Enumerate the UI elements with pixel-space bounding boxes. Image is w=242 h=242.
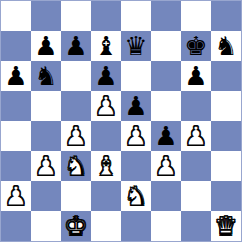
square-f3[interactable]: ♟ [151, 151, 181, 181]
black-king[interactable]: ♚ [184, 31, 207, 61]
square-d1[interactable] [91, 211, 121, 241]
square-h6[interactable] [211, 61, 241, 91]
square-c8[interactable] [61, 1, 91, 31]
white-knight[interactable]: ♞ [64, 151, 87, 181]
square-g2[interactable] [181, 181, 211, 211]
square-h3[interactable] [211, 151, 241, 181]
square-e5[interactable]: ♟ [121, 91, 151, 121]
square-c1[interactable]: ♚ [61, 211, 91, 241]
square-g7[interactable]: ♚ [181, 31, 211, 61]
square-e1[interactable] [121, 211, 151, 241]
black-pawn[interactable]: ♟ [4, 61, 27, 91]
white-queen[interactable]: ♛ [214, 211, 237, 241]
square-h4[interactable] [211, 121, 241, 151]
square-h7[interactable]: ♞ [211, 31, 241, 61]
square-g6[interactable]: ♟ [181, 61, 211, 91]
square-f5[interactable] [151, 91, 181, 121]
white-bishop[interactable]: ♝ [94, 151, 117, 181]
square-f2[interactable] [151, 181, 181, 211]
square-c2[interactable] [61, 181, 91, 211]
white-pawn[interactable]: ♟ [64, 121, 87, 151]
square-b8[interactable] [31, 1, 61, 31]
square-d5[interactable]: ♟ [91, 91, 121, 121]
square-a2[interactable]: ♟ [1, 181, 31, 211]
square-a3[interactable] [1, 151, 31, 181]
square-c4[interactable]: ♟ [61, 121, 91, 151]
square-g4[interactable]: ♟ [181, 121, 211, 151]
square-g5[interactable] [181, 91, 211, 121]
square-a1[interactable] [1, 211, 31, 241]
white-pawn[interactable]: ♟ [94, 91, 117, 121]
square-e6[interactable] [121, 61, 151, 91]
black-knight[interactable]: ♞ [214, 31, 237, 61]
square-g1[interactable] [181, 211, 211, 241]
square-a4[interactable] [1, 121, 31, 151]
white-pawn[interactable]: ♟ [184, 121, 207, 151]
square-b5[interactable] [31, 91, 61, 121]
black-queen[interactable]: ♛ [124, 31, 147, 61]
square-h1[interactable]: ♛ [211, 211, 241, 241]
square-d8[interactable] [91, 1, 121, 31]
black-knight[interactable]: ♞ [34, 61, 57, 91]
square-e2[interactable]: ♞ [121, 181, 151, 211]
square-d7[interactable]: ♝ [91, 31, 121, 61]
square-b1[interactable] [31, 211, 61, 241]
square-b6[interactable]: ♞ [31, 61, 61, 91]
white-pawn[interactable]: ♟ [154, 151, 177, 181]
square-a8[interactable] [1, 1, 31, 31]
square-h8[interactable] [211, 1, 241, 31]
square-f7[interactable] [151, 31, 181, 61]
black-pawn[interactable]: ♟ [94, 61, 117, 91]
white-pawn[interactable]: ♟ [4, 181, 27, 211]
square-d2[interactable] [91, 181, 121, 211]
square-b2[interactable] [31, 181, 61, 211]
square-c7[interactable]: ♟ [61, 31, 91, 61]
square-c5[interactable] [61, 91, 91, 121]
square-f1[interactable] [151, 211, 181, 241]
square-d4[interactable] [91, 121, 121, 151]
black-pawn[interactable]: ♟ [184, 61, 207, 91]
square-d6[interactable]: ♟ [91, 61, 121, 91]
square-f4[interactable]: ♟ [151, 121, 181, 151]
square-a7[interactable] [1, 31, 31, 61]
black-bishop[interactable]: ♝ [94, 31, 117, 61]
square-f8[interactable] [151, 1, 181, 31]
square-b7[interactable]: ♟ [31, 31, 61, 61]
black-pawn[interactable]: ♟ [124, 91, 147, 121]
square-d3[interactable]: ♝ [91, 151, 121, 181]
square-e4[interactable]: ♟ [121, 121, 151, 151]
square-a6[interactable]: ♟ [1, 61, 31, 91]
square-e7[interactable]: ♛ [121, 31, 151, 61]
black-pawn[interactable]: ♟ [154, 121, 177, 151]
square-g3[interactable] [181, 151, 211, 181]
black-pawn[interactable]: ♟ [64, 31, 87, 61]
chess-board: ♟♟♝♛♚♞♟♞♟♟♟♟♟♟♟♟♟♞♝♟♟♞♚♛ [0, 0, 242, 242]
white-king[interactable]: ♚ [64, 211, 87, 241]
square-c6[interactable] [61, 61, 91, 91]
square-c3[interactable]: ♞ [61, 151, 91, 181]
square-b4[interactable] [31, 121, 61, 151]
white-pawn[interactable]: ♟ [34, 151, 57, 181]
black-pawn[interactable]: ♟ [34, 31, 57, 61]
square-a5[interactable] [1, 91, 31, 121]
square-f6[interactable] [151, 61, 181, 91]
square-g8[interactable] [181, 1, 211, 31]
white-pawn[interactable]: ♟ [124, 121, 147, 151]
square-e3[interactable] [121, 151, 151, 181]
square-b3[interactable]: ♟ [31, 151, 61, 181]
square-h5[interactable] [211, 91, 241, 121]
square-e8[interactable] [121, 1, 151, 31]
white-knight[interactable]: ♞ [124, 181, 147, 211]
square-h2[interactable] [211, 181, 241, 211]
